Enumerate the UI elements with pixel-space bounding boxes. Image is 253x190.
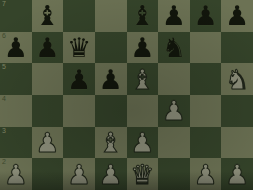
square-a7[interactable]: 7 — [0, 0, 32, 32]
white-pawn-e3[interactable]: ♟ — [127, 127, 159, 159]
white-pawn-b3[interactable]: ♟ — [32, 127, 64, 159]
chessboard-screenshot: 7♝♝♟♟♟6♟♟♛♟♞5♟♟♝♞4♟3♟♝♟2♟♟♟♛♟♟ — [0, 0, 253, 190]
square-b5[interactable] — [32, 63, 64, 95]
black-pawn-a6[interactable]: ♟ — [0, 32, 32, 64]
square-c5[interactable]: ♟ — [63, 63, 95, 95]
square-a6[interactable]: 6♟ — [0, 32, 32, 64]
black-pawn-e6[interactable]: ♟ — [127, 32, 159, 64]
square-b7[interactable]: ♝ — [32, 0, 64, 32]
black-pawn-f7[interactable]: ♟ — [158, 0, 190, 32]
white-bishop-d3[interactable]: ♝ — [95, 127, 127, 159]
rank-label-3: 3 — [2, 127, 6, 135]
white-pawn-a2[interactable]: ♟ — [0, 158, 32, 190]
white-pawn-c2[interactable]: ♟ — [63, 158, 95, 190]
rank-label-4: 4 — [2, 95, 6, 103]
black-pawn-d5[interactable]: ♟ — [95, 63, 127, 95]
black-knight-f6[interactable]: ♞ — [158, 32, 190, 64]
square-h2[interactable]: ♟ — [221, 158, 253, 190]
square-a5[interactable]: 5 — [0, 63, 32, 95]
square-c2[interactable]: ♟ — [63, 158, 95, 190]
black-pawn-h7[interactable]: ♟ — [221, 0, 253, 32]
rank-label-5: 5 — [2, 63, 6, 71]
square-b2[interactable] — [32, 158, 64, 190]
square-e2[interactable]: ♛ — [127, 158, 159, 190]
square-g5[interactable] — [190, 63, 222, 95]
black-bishop-b7[interactable]: ♝ — [32, 0, 64, 32]
square-h6[interactable] — [221, 32, 253, 64]
square-d2[interactable]: ♟ — [95, 158, 127, 190]
white-bishop-e5[interactable]: ♝ — [127, 63, 159, 95]
square-g4[interactable] — [190, 95, 222, 127]
square-e5[interactable]: ♝ — [127, 63, 159, 95]
square-d6[interactable] — [95, 32, 127, 64]
square-c3[interactable] — [63, 127, 95, 159]
square-f3[interactable] — [158, 127, 190, 159]
square-g6[interactable] — [190, 32, 222, 64]
square-b3[interactable]: ♟ — [32, 127, 64, 159]
white-pawn-f4[interactable]: ♟ — [158, 95, 190, 127]
square-e4[interactable] — [127, 95, 159, 127]
square-h4[interactable] — [221, 95, 253, 127]
chess-board: 7♝♝♟♟♟6♟♟♛♟♞5♟♟♝♞4♟3♟♝♟2♟♟♟♛♟♟ — [0, 0, 253, 190]
square-b6[interactable]: ♟ — [32, 32, 64, 64]
square-f5[interactable] — [158, 63, 190, 95]
black-pawn-b6[interactable]: ♟ — [32, 32, 64, 64]
square-g2[interactable]: ♟ — [190, 158, 222, 190]
white-knight-h5[interactable]: ♞ — [221, 63, 253, 95]
square-a3[interactable]: 3 — [0, 127, 32, 159]
square-h5[interactable]: ♞ — [221, 63, 253, 95]
white-queen-e2[interactable]: ♛ — [127, 158, 159, 190]
white-pawn-g2[interactable]: ♟ — [190, 158, 222, 190]
square-g7[interactable]: ♟ — [190, 0, 222, 32]
square-a4[interactable]: 4 — [0, 95, 32, 127]
square-e6[interactable]: ♟ — [127, 32, 159, 64]
square-e3[interactable]: ♟ — [127, 127, 159, 159]
square-d7[interactable] — [95, 0, 127, 32]
black-bishop-e7[interactable]: ♝ — [127, 0, 159, 32]
square-b4[interactable] — [32, 95, 64, 127]
black-pawn-c5[interactable]: ♟ — [63, 63, 95, 95]
square-d3[interactable]: ♝ — [95, 127, 127, 159]
square-c7[interactable] — [63, 0, 95, 32]
black-pawn-g7[interactable]: ♟ — [190, 0, 222, 32]
square-d4[interactable] — [95, 95, 127, 127]
rank-label-7: 7 — [2, 0, 6, 8]
square-c4[interactable] — [63, 95, 95, 127]
black-queen-c6[interactable]: ♛ — [63, 32, 95, 64]
square-g3[interactable] — [190, 127, 222, 159]
square-c6[interactable]: ♛ — [63, 32, 95, 64]
square-h3[interactable] — [221, 127, 253, 159]
square-d5[interactable]: ♟ — [95, 63, 127, 95]
white-pawn-h2[interactable]: ♟ — [221, 158, 253, 190]
square-f2[interactable] — [158, 158, 190, 190]
square-f6[interactable]: ♞ — [158, 32, 190, 64]
square-h7[interactable]: ♟ — [221, 0, 253, 32]
square-f7[interactable]: ♟ — [158, 0, 190, 32]
square-e7[interactable]: ♝ — [127, 0, 159, 32]
square-f4[interactable]: ♟ — [158, 95, 190, 127]
white-pawn-d2[interactable]: ♟ — [95, 158, 127, 190]
square-a2[interactable]: 2♟ — [0, 158, 32, 190]
